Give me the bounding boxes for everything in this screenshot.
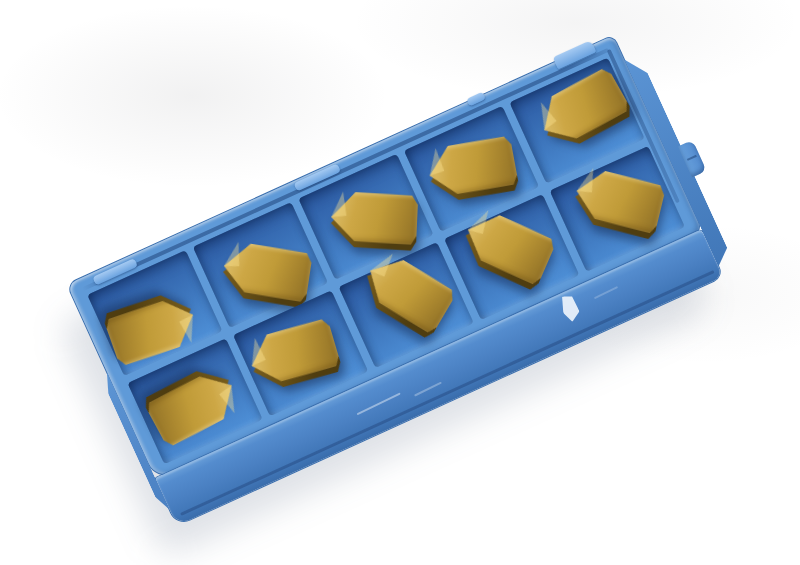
clasp-notch (687, 155, 697, 161)
scuff-mark (357, 392, 401, 415)
carbide-insert (145, 364, 244, 449)
scuff-mark (594, 286, 618, 299)
carbide-insert (458, 206, 557, 286)
photo-background (0, 0, 800, 565)
carbide-insert (425, 135, 519, 200)
carbide-insert (220, 240, 312, 302)
carbide-insert (571, 166, 666, 235)
dust-flake (559, 293, 582, 323)
carbide-insert (244, 317, 341, 389)
carbide-insert (330, 191, 418, 245)
insert-face (571, 166, 666, 235)
